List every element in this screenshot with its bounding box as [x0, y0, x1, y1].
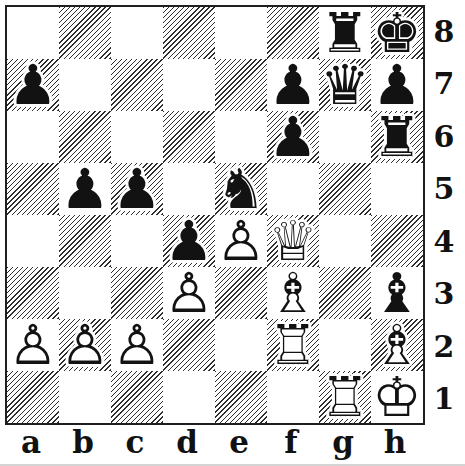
- square-a6: [7, 111, 59, 163]
- square-e4: ♟♙: [215, 215, 267, 267]
- square-a1: [7, 371, 59, 423]
- piece-black-rook: ♜: [371, 111, 423, 163]
- square-d1: [163, 371, 215, 423]
- piece-white-queen: ♛♕: [267, 215, 319, 267]
- square-g5: [319, 163, 371, 215]
- rank-label-3: 3: [427, 268, 461, 321]
- piece-black-knight: ♞: [215, 163, 267, 215]
- piece-white-pawn: ♟♙: [163, 267, 215, 319]
- rank-label-5: 5: [427, 163, 461, 216]
- square-h8: ♚: [371, 7, 423, 59]
- square-a7: ♟: [7, 59, 59, 111]
- square-b1: [59, 371, 111, 423]
- square-h1: ♚♔: [371, 371, 423, 423]
- file-label-e: e: [213, 423, 265, 461]
- rank-label-2: 2: [427, 320, 461, 373]
- file-labels: abcdefgh: [5, 423, 425, 461]
- square-e1: [215, 371, 267, 423]
- square-c3: [111, 267, 163, 319]
- square-f2: ♜♖: [267, 319, 319, 371]
- square-f6: ♟: [267, 111, 319, 163]
- square-d7: [163, 59, 215, 111]
- square-f8: [267, 7, 319, 59]
- square-f4: ♛♕: [267, 215, 319, 267]
- file-label-c: c: [109, 423, 161, 461]
- square-c2: ♟♙: [111, 319, 163, 371]
- piece-white-pawn: ♟♙: [111, 319, 163, 371]
- piece-white-pawn: ♟♙: [215, 215, 267, 267]
- piece-black-pawn: ♟: [59, 163, 111, 215]
- square-h7: ♟: [371, 59, 423, 111]
- rank-label-7: 7: [427, 58, 461, 111]
- piece-white-pawn: ♟♙: [7, 319, 59, 371]
- rank-label-6: 6: [427, 110, 461, 163]
- square-f5: [267, 163, 319, 215]
- piece-white-rook: ♜♖: [319, 371, 371, 423]
- square-c4: [111, 215, 163, 267]
- piece-black-pawn: ♟: [371, 59, 423, 111]
- square-d8: [163, 7, 215, 59]
- square-d2: [163, 319, 215, 371]
- square-b5: ♟: [59, 163, 111, 215]
- square-b7: [59, 59, 111, 111]
- square-d4: ♟: [163, 215, 215, 267]
- square-a5: [7, 163, 59, 215]
- square-g7: ♛: [319, 59, 371, 111]
- piece-white-bishop: ♝♗: [371, 319, 423, 371]
- piece-white-rook: ♜♖: [267, 319, 319, 371]
- square-e6: [215, 111, 267, 163]
- rank-label-4: 4: [427, 215, 461, 268]
- square-c5: ♟: [111, 163, 163, 215]
- square-f1: [267, 371, 319, 423]
- file-label-g: g: [317, 423, 369, 461]
- chess-diagram: ♜♚♟♟♛♟♟♜♟♟♞♟♟♙♛♕♟♙♝♗♝♟♙♟♙♟♙♜♖♝♗♜♖♚♔ 8765…: [0, 0, 465, 466]
- square-b6: [59, 111, 111, 163]
- square-f7: ♟: [267, 59, 319, 111]
- square-d5: [163, 163, 215, 215]
- square-c1: [111, 371, 163, 423]
- file-label-d: d: [161, 423, 213, 461]
- square-d3: ♟♙: [163, 267, 215, 319]
- rank-label-8: 8: [427, 5, 461, 58]
- rank-label-1: 1: [427, 373, 461, 426]
- square-g8: ♜: [319, 7, 371, 59]
- piece-black-pawn: ♟: [267, 59, 319, 111]
- square-h5: [371, 163, 423, 215]
- square-g3: [319, 267, 371, 319]
- square-e5: ♞: [215, 163, 267, 215]
- square-b3: [59, 267, 111, 319]
- square-g2: [319, 319, 371, 371]
- square-a4: [7, 215, 59, 267]
- square-g6: [319, 111, 371, 163]
- piece-white-pawn: ♟♙: [59, 319, 111, 371]
- square-e2: [215, 319, 267, 371]
- square-f3: ♝♗: [267, 267, 319, 319]
- square-h2: ♝♗: [371, 319, 423, 371]
- square-c6: [111, 111, 163, 163]
- square-h4: [371, 215, 423, 267]
- piece-white-bishop: ♝♗: [267, 267, 319, 319]
- piece-white-king: ♚♔: [371, 371, 423, 423]
- file-label-f: f: [265, 423, 317, 461]
- square-g1: ♜♖: [319, 371, 371, 423]
- piece-black-queen: ♛: [319, 59, 371, 111]
- piece-black-pawn: ♟: [7, 59, 59, 111]
- piece-black-bishop: ♝: [371, 267, 423, 319]
- square-d6: [163, 111, 215, 163]
- piece-black-pawn: ♟: [163, 215, 215, 267]
- square-c7: [111, 59, 163, 111]
- chess-board: ♜♚♟♟♛♟♟♜♟♟♞♟♟♙♛♕♟♙♝♗♝♟♙♟♙♟♙♜♖♝♗♜♖♚♔: [5, 5, 425, 425]
- rank-labels: 87654321: [427, 5, 461, 425]
- square-g4: [319, 215, 371, 267]
- square-b8: [59, 7, 111, 59]
- piece-black-pawn: ♟: [267, 111, 319, 163]
- piece-black-king: ♚: [371, 7, 423, 59]
- square-a8: [7, 7, 59, 59]
- file-label-b: b: [57, 423, 109, 461]
- square-h3: ♝: [371, 267, 423, 319]
- square-e8: [215, 7, 267, 59]
- piece-black-pawn: ♟: [111, 163, 163, 215]
- file-label-h: h: [369, 423, 421, 461]
- square-c8: [111, 7, 163, 59]
- file-label-a: a: [5, 423, 57, 461]
- square-e3: [215, 267, 267, 319]
- square-a3: [7, 267, 59, 319]
- square-a2: ♟♙: [7, 319, 59, 371]
- piece-black-rook: ♜: [319, 7, 371, 59]
- square-e7: [215, 59, 267, 111]
- square-b4: [59, 215, 111, 267]
- square-b2: ♟♙: [59, 319, 111, 371]
- square-h6: ♜: [371, 111, 423, 163]
